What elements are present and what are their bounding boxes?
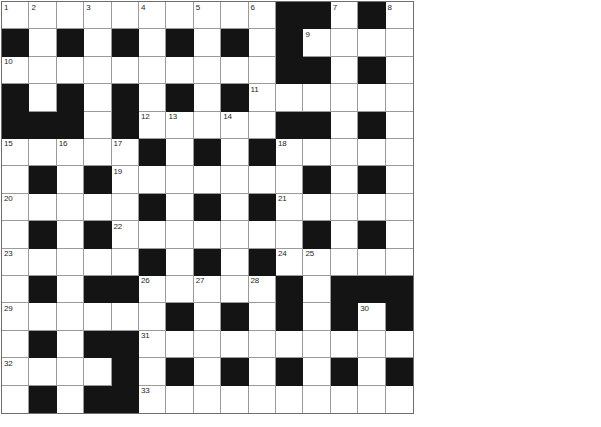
black-cell-r4c11	[303, 112, 330, 139]
grid-cell-r9c0[interactable]: 23	[2, 249, 29, 276]
black-cell-r10c10	[276, 276, 303, 303]
black-cell-r2c13	[358, 57, 385, 84]
grid-cell-r0c5[interactable]: 4	[139, 2, 166, 29]
grid-cell-r0c2[interactable]	[57, 2, 84, 29]
black-cell-r5c5	[139, 139, 166, 166]
clue-number-9: 9	[305, 30, 309, 39]
grid-cell-r5c14[interactable]	[386, 139, 413, 166]
black-cell-r9c5	[139, 249, 166, 276]
grid-cell-r4c6[interactable]: 13	[166, 112, 193, 139]
black-cell-r8c13	[358, 221, 385, 248]
black-cell-r7c5	[139, 194, 166, 221]
grid-cell-r14c8[interactable]	[221, 386, 248, 413]
black-cell-r8c1	[29, 221, 56, 248]
black-cell-r0c13	[358, 2, 385, 29]
grid-cell-r14c11[interactable]	[303, 386, 330, 413]
grid-cell-r13c13[interactable]	[358, 358, 385, 385]
grid-cell-r7c1[interactable]	[29, 194, 56, 221]
black-cell-r4c2	[57, 112, 84, 139]
black-cell-r11c6	[166, 303, 193, 330]
grid-cell-r9c4[interactable]	[112, 249, 139, 276]
grid-cell-r7c13[interactable]	[358, 194, 385, 221]
black-cell-r12c1	[29, 331, 56, 358]
black-cell-r10c4	[112, 276, 139, 303]
grid-cell-r10c7[interactable]: 27	[194, 276, 221, 303]
grid-cell-r0c1[interactable]: 2	[29, 2, 56, 29]
grid-cell-r6c4[interactable]: 19	[112, 166, 139, 193]
black-cell-r12c4	[112, 331, 139, 358]
grid-cell-r9c13[interactable]	[358, 249, 385, 276]
grid-cell-r12c7[interactable]	[194, 331, 221, 358]
clue-number-33: 33	[141, 386, 150, 395]
clue-number-26: 26	[141, 276, 150, 285]
grid-cell-r4c5[interactable]: 12	[139, 112, 166, 139]
black-cell-r10c1	[29, 276, 56, 303]
clue-number-10: 10	[4, 57, 13, 66]
clue-number-11: 11	[251, 85, 259, 94]
grid-cell-r12c12[interactable]	[331, 331, 358, 358]
grid-cell-r7c3[interactable]	[84, 194, 111, 221]
grid-cell-r8c9[interactable]	[249, 221, 276, 248]
grid-cell-r11c13[interactable]: 30	[358, 303, 385, 330]
grid-cell-r14c14[interactable]	[386, 386, 413, 413]
grid-cell-r8c12[interactable]	[331, 221, 358, 248]
grid-cell-r3c9[interactable]: 11	[249, 84, 276, 111]
grid-cell-r12c5[interactable]: 31	[139, 331, 166, 358]
clue-number-12: 12	[141, 112, 150, 121]
crossword-grid: 1234567891011121314151617181920212223242…	[1, 1, 414, 414]
grid-cell-r8c5[interactable]	[139, 221, 166, 248]
grid-cell-r3c14[interactable]	[386, 84, 413, 111]
grid-cell-r14c9[interactable]	[249, 386, 276, 413]
clue-number-5: 5	[196, 3, 200, 12]
grid-cell-r5c12[interactable]	[331, 139, 358, 166]
grid-cell-r12c2[interactable]	[57, 331, 84, 358]
clue-number-31: 31	[141, 331, 150, 340]
grid-cell-r6c0[interactable]	[2, 166, 29, 193]
grid-cell-r12c13[interactable]	[358, 331, 385, 358]
black-cell-r4c1	[29, 112, 56, 139]
grid-cell-r6c10[interactable]	[276, 166, 303, 193]
grid-cell-r12c10[interactable]	[276, 331, 303, 358]
grid-cell-r11c7[interactable]	[194, 303, 221, 330]
black-cell-r9c9	[249, 249, 276, 276]
grid-cell-r2c6[interactable]	[166, 57, 193, 84]
grid-cell-r3c13[interactable]	[358, 84, 385, 111]
grid-cell-r9c10[interactable]: 24	[276, 249, 303, 276]
black-cell-r11c10	[276, 303, 303, 330]
grid-cell-r8c2[interactable]	[57, 221, 84, 248]
grid-cell-r7c8[interactable]	[221, 194, 248, 221]
clue-number-1: 1	[4, 3, 8, 12]
grid-cell-r8c8[interactable]	[221, 221, 248, 248]
clue-number-7: 7	[333, 3, 337, 12]
grid-cell-r1c1[interactable]	[29, 29, 56, 56]
grid-cell-r1c14[interactable]	[386, 29, 413, 56]
black-cell-r11c8	[221, 303, 248, 330]
black-cell-r13c10	[276, 358, 303, 385]
grid-cell-r1c9[interactable]	[249, 29, 276, 56]
black-cell-r1c0	[2, 29, 29, 56]
grid-cell-r0c12[interactable]: 7	[331, 2, 358, 29]
grid-cell-r12c14[interactable]	[386, 331, 413, 358]
grid-cell-r0c3[interactable]: 3	[84, 2, 111, 29]
clue-number-21: 21	[278, 194, 287, 203]
black-cell-r12c3	[84, 331, 111, 358]
grid-cell-r12c0[interactable]	[2, 331, 29, 358]
grid-cell-r14c6[interactable]	[166, 386, 193, 413]
grid-cell-r2c0[interactable]: 10	[2, 57, 29, 84]
grid-cell-r13c3[interactable]	[84, 358, 111, 385]
grid-cell-r8c7[interactable]	[194, 221, 221, 248]
grid-cell-r0c7[interactable]: 5	[194, 2, 221, 29]
grid-cell-r2c7[interactable]	[194, 57, 221, 84]
grid-cell-r14c0[interactable]	[2, 386, 29, 413]
grid-cell-r6c14[interactable]	[386, 166, 413, 193]
clue-number-15: 15	[4, 139, 13, 148]
black-cell-r6c3	[84, 166, 111, 193]
black-cell-r13c12	[331, 358, 358, 385]
grid-cell-r6c6[interactable]	[166, 166, 193, 193]
grid-cell-r11c3[interactable]	[84, 303, 111, 330]
grid-cell-r13c11[interactable]	[303, 358, 330, 385]
grid-cell-r14c10[interactable]	[276, 386, 303, 413]
grid-cell-r2c3[interactable]	[84, 57, 111, 84]
grid-cell-r10c9[interactable]: 28	[249, 276, 276, 303]
black-cell-r1c2	[57, 29, 84, 56]
grid-cell-r1c5[interactable]	[139, 29, 166, 56]
grid-cell-r5c2[interactable]: 16	[57, 139, 84, 166]
grid-cell-r3c12[interactable]	[331, 84, 358, 111]
black-cell-r2c10	[276, 57, 303, 84]
grid-cell-r9c2[interactable]	[57, 249, 84, 276]
grid-cell-r8c4[interactable]: 22	[112, 221, 139, 248]
grid-cell-r6c5[interactable]	[139, 166, 166, 193]
black-cell-r1c6	[166, 29, 193, 56]
grid-cell-r7c0[interactable]: 20	[2, 194, 29, 221]
clue-number-13: 13	[168, 112, 177, 121]
grid-cell-r13c5[interactable]	[139, 358, 166, 385]
clue-number-32: 32	[4, 359, 13, 368]
grid-cell-r8c6[interactable]	[166, 221, 193, 248]
grid-cell-r5c0[interactable]: 15	[2, 139, 29, 166]
black-cell-r14c3	[84, 386, 111, 413]
black-cell-r4c10	[276, 112, 303, 139]
grid-cell-r13c2[interactable]	[57, 358, 84, 385]
grid-cell-r2c4[interactable]	[112, 57, 139, 84]
black-cell-r0c10	[276, 2, 303, 29]
clue-number-4: 4	[141, 3, 145, 12]
black-cell-r3c2	[57, 84, 84, 111]
black-cell-r10c13	[358, 276, 385, 303]
grid-cell-r8c10[interactable]	[276, 221, 303, 248]
clue-number-27: 27	[196, 276, 205, 285]
grid-cell-r3c11[interactable]	[303, 84, 330, 111]
clue-number-16: 16	[59, 139, 68, 148]
grid-cell-r3c5[interactable]	[139, 84, 166, 111]
grid-cell-r5c13[interactable]	[358, 139, 385, 166]
grid-cell-r0c9[interactable]: 6	[249, 2, 276, 29]
grid-cell-r8c0[interactable]	[2, 221, 29, 248]
clue-number-22: 22	[114, 222, 123, 231]
grid-cell-r12c11[interactable]	[303, 331, 330, 358]
grid-cell-r6c2[interactable]	[57, 166, 84, 193]
grid-cell-r3c1[interactable]	[29, 84, 56, 111]
clue-number-17: 17	[114, 139, 123, 148]
grid-cell-r4c14[interactable]	[386, 112, 413, 139]
clue-number-20: 20	[4, 194, 13, 203]
page: 1234567891011121314151617181920212223242…	[0, 0, 601, 427]
black-cell-r6c11	[303, 166, 330, 193]
clue-number-6: 6	[251, 3, 255, 12]
grid-cell-r0c8[interactable]	[221, 2, 248, 29]
grid-cell-r9c8[interactable]	[221, 249, 248, 276]
grid-cell-r6c12[interactable]	[331, 166, 358, 193]
black-cell-r5c7	[194, 139, 221, 166]
black-cell-r7c7	[194, 194, 221, 221]
grid-cell-r9c1[interactable]	[29, 249, 56, 276]
black-cell-r14c1	[29, 386, 56, 413]
grid-cell-r5c8[interactable]	[221, 139, 248, 166]
grid-cell-r2c1[interactable]	[29, 57, 56, 84]
grid-cell-r5c3[interactable]	[84, 139, 111, 166]
grid-cell-r1c3[interactable]	[84, 29, 111, 56]
grid-cell-r1c11[interactable]: 9	[303, 29, 330, 56]
grid-cell-r7c10[interactable]: 21	[276, 194, 303, 221]
grid-cell-r1c12[interactable]	[331, 29, 358, 56]
grid-cell-r9c3[interactable]	[84, 249, 111, 276]
grid-cell-r14c12[interactable]	[331, 386, 358, 413]
grid-cell-r7c11[interactable]	[303, 194, 330, 221]
clue-number-8: 8	[388, 3, 392, 12]
grid-cell-r1c13[interactable]	[358, 29, 385, 56]
black-cell-r13c4	[112, 358, 139, 385]
grid-cell-r7c4[interactable]	[112, 194, 139, 221]
black-cell-r4c4	[112, 112, 139, 139]
grid-cell-r2c5[interactable]	[139, 57, 166, 84]
grid-cell-r14c5[interactable]: 33	[139, 386, 166, 413]
black-cell-r6c13	[358, 166, 385, 193]
black-cell-r10c14	[386, 276, 413, 303]
grid-cell-r5c1[interactable]	[29, 139, 56, 166]
grid-cell-r6c7[interactable]	[194, 166, 221, 193]
grid-cell-r10c6[interactable]	[166, 276, 193, 303]
grid-cell-r7c12[interactable]	[331, 194, 358, 221]
grid-cell-r5c11[interactable]	[303, 139, 330, 166]
grid-cell-r9c14[interactable]	[386, 249, 413, 276]
grid-cell-r3c7[interactable]	[194, 84, 221, 111]
grid-cell-r8c14[interactable]	[386, 221, 413, 248]
black-cell-r2c11	[303, 57, 330, 84]
grid-cell-r7c2[interactable]	[57, 194, 84, 221]
black-cell-r13c14	[386, 358, 413, 385]
grid-cell-r11c9[interactable]	[249, 303, 276, 330]
grid-cell-r4c9[interactable]	[249, 112, 276, 139]
black-cell-r0c11	[303, 2, 330, 29]
grid-cell-r11c5[interactable]	[139, 303, 166, 330]
black-cell-r4c13	[358, 112, 385, 139]
grid-cell-r10c0[interactable]	[2, 276, 29, 303]
grid-cell-r13c7[interactable]	[194, 358, 221, 385]
grid-cell-r2c12[interactable]	[331, 57, 358, 84]
black-cell-r3c4	[112, 84, 139, 111]
black-cell-r8c11	[303, 221, 330, 248]
grid-cell-r9c6[interactable]	[166, 249, 193, 276]
grid-cell-r0c0[interactable]: 1	[2, 2, 29, 29]
grid-cell-r3c3[interactable]	[84, 84, 111, 111]
black-cell-r10c3	[84, 276, 111, 303]
grid-cell-r0c6[interactable]	[166, 2, 193, 29]
grid-cell-r4c3[interactable]	[84, 112, 111, 139]
clue-number-19: 19	[114, 167, 123, 176]
black-cell-r3c0	[2, 84, 29, 111]
black-cell-r9c7	[194, 249, 221, 276]
grid-cell-r5c10[interactable]: 18	[276, 139, 303, 166]
grid-cell-r9c11[interactable]: 25	[303, 249, 330, 276]
grid-cell-r2c8[interactable]	[221, 57, 248, 84]
grid-cell-r2c9[interactable]	[249, 57, 276, 84]
black-cell-r1c8	[221, 29, 248, 56]
grid-cell-r11c4[interactable]	[112, 303, 139, 330]
clue-number-23: 23	[4, 249, 13, 258]
grid-cell-r1c7[interactable]	[194, 29, 221, 56]
grid-cell-r5c6[interactable]	[166, 139, 193, 166]
grid-cell-r2c2[interactable]	[57, 57, 84, 84]
clue-number-14: 14	[223, 112, 232, 121]
grid-cell-r3c10[interactable]	[276, 84, 303, 111]
grid-cell-r6c8[interactable]	[221, 166, 248, 193]
grid-cell-r0c4[interactable]	[112, 2, 139, 29]
grid-cell-r4c8[interactable]: 14	[221, 112, 248, 139]
grid-cell-r13c0[interactable]: 32	[2, 358, 29, 385]
grid-cell-r4c7[interactable]	[194, 112, 221, 139]
grid-cell-r2c14[interactable]	[386, 57, 413, 84]
grid-cell-r4c12[interactable]	[331, 112, 358, 139]
black-cell-r1c4	[112, 29, 139, 56]
grid-cell-r12c8[interactable]	[221, 331, 248, 358]
clue-number-24: 24	[278, 249, 287, 258]
grid-cell-r12c9[interactable]	[249, 331, 276, 358]
black-cell-r11c12	[331, 303, 358, 330]
black-cell-r11c14	[386, 303, 413, 330]
clue-number-2: 2	[31, 3, 35, 12]
clue-number-29: 29	[4, 304, 13, 313]
grid-cell-r14c7[interactable]	[194, 386, 221, 413]
grid-cell-r11c2[interactable]	[57, 303, 84, 330]
grid-cell-r11c0[interactable]: 29	[2, 303, 29, 330]
grid-cell-r0c14[interactable]: 8	[386, 2, 413, 29]
clue-number-30: 30	[360, 304, 369, 313]
clue-number-25: 25	[305, 249, 314, 258]
grid-cell-r10c11[interactable]	[303, 276, 330, 303]
grid-cell-r11c11[interactable]	[303, 303, 330, 330]
black-cell-r7c9	[249, 194, 276, 221]
black-cell-r1c10	[276, 29, 303, 56]
grid-cell-r10c8[interactable]	[221, 276, 248, 303]
black-cell-r3c6	[166, 84, 193, 111]
grid-cell-r7c14[interactable]	[386, 194, 413, 221]
grid-cell-r14c13[interactable]	[358, 386, 385, 413]
black-cell-r5c9	[249, 139, 276, 166]
grid-cell-r10c5[interactable]: 26	[139, 276, 166, 303]
grid-cell-r13c1[interactable]	[29, 358, 56, 385]
black-cell-r10c12	[331, 276, 358, 303]
black-cell-r6c1	[29, 166, 56, 193]
black-cell-r13c8	[221, 358, 248, 385]
black-cell-r4c0	[2, 112, 29, 139]
grid-cell-r12c6[interactable]	[166, 331, 193, 358]
black-cell-r14c4	[112, 386, 139, 413]
grid-cell-r13c9[interactable]	[249, 358, 276, 385]
grid-cell-r14c2[interactable]	[57, 386, 84, 413]
black-cell-r13c6	[166, 358, 193, 385]
grid-cell-r6c9[interactable]	[249, 166, 276, 193]
grid-cell-r7c6[interactable]	[166, 194, 193, 221]
grid-cell-r5c4[interactable]: 17	[112, 139, 139, 166]
black-cell-r3c8	[221, 84, 248, 111]
grid-cell-r10c2[interactable]	[57, 276, 84, 303]
clue-number-3: 3	[86, 3, 90, 12]
clue-number-28: 28	[251, 276, 260, 285]
clue-number-18: 18	[278, 139, 287, 148]
grid-cell-r11c1[interactable]	[29, 303, 56, 330]
grid-cell-r9c12[interactable]	[331, 249, 358, 276]
black-cell-r8c3	[84, 221, 111, 248]
